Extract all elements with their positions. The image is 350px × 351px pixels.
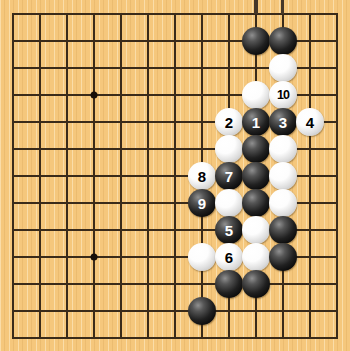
black-stone: 1 [242,108,270,136]
black-stone [269,243,297,271]
white-stone [242,81,270,109]
black-stone: 7 [215,162,243,190]
move-number: 8 [198,169,206,184]
move-number: 5 [225,223,233,238]
black-stone [242,270,270,298]
black-stone [269,27,297,55]
white-stone: 4 [296,108,324,136]
white-stone [242,216,270,244]
move-number: 9 [198,196,206,211]
white-stone [215,135,243,163]
move-number: 10 [277,89,289,102]
move-number: 2 [225,115,233,130]
white-stone: 6 [215,243,243,271]
black-stone [242,135,270,163]
white-stone: 8 [188,162,216,190]
black-stone [269,216,297,244]
black-stone: 5 [215,216,243,244]
black-stone: 3 [269,108,297,136]
white-stone: 10 [269,81,297,109]
white-stone [269,189,297,217]
board-grid[interactable]: 10213487956 [0,1,350,351]
white-stone [269,135,297,163]
black-stone [242,162,270,190]
move-number: 3 [279,115,287,130]
white-stone [188,243,216,271]
black-stone: 9 [188,189,216,217]
move-number: 4 [306,115,314,130]
white-stone [215,189,243,217]
black-stone [242,189,270,217]
move-number: 7 [225,169,233,184]
white-stone [269,162,297,190]
white-stone [242,243,270,271]
white-stone [269,54,297,82]
black-stone [188,297,216,325]
black-stone [215,270,243,298]
move-number: 6 [225,250,233,265]
move-number: 1 [252,115,260,130]
go-board: 10213487956 [0,0,350,351]
white-stone: 2 [215,108,243,136]
black-stone [242,27,270,55]
